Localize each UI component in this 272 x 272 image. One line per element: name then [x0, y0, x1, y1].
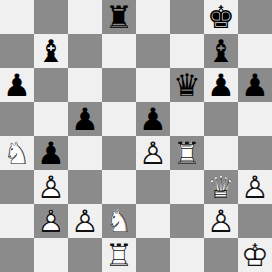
black-bishop[interactable]: ♝ [34, 34, 68, 68]
square-d7[interactable] [102, 34, 136, 68]
square-g4[interactable] [204, 136, 238, 170]
square-a1[interactable] [0, 238, 34, 272]
black-pawn[interactable]: ♟ [34, 136, 68, 170]
square-e4[interactable]: ♙ [136, 136, 170, 170]
white-pawn[interactable]: ♙ [34, 170, 68, 204]
black-pawn[interactable]: ♟ [136, 102, 170, 136]
square-h7[interactable] [238, 34, 272, 68]
square-d6[interactable] [102, 68, 136, 102]
square-g3[interactable]: ♕ [204, 170, 238, 204]
white-pawn[interactable]: ♙ [238, 170, 272, 204]
white-rook[interactable]: ♖ [170, 136, 204, 170]
square-g6[interactable]: ♟ [204, 68, 238, 102]
square-c6[interactable] [68, 68, 102, 102]
white-rook[interactable]: ♖ [102, 238, 136, 272]
white-pawn[interactable]: ♙ [204, 204, 238, 238]
square-c3[interactable] [68, 170, 102, 204]
square-c5[interactable]: ♟ [68, 102, 102, 136]
square-h3[interactable]: ♙ [238, 170, 272, 204]
square-b3[interactable]: ♙ [34, 170, 68, 204]
square-f1[interactable] [170, 238, 204, 272]
square-f6[interactable]: ♛ [170, 68, 204, 102]
square-b6[interactable] [34, 68, 68, 102]
white-knight[interactable]: ♘ [0, 136, 34, 170]
square-d5[interactable] [102, 102, 136, 136]
square-h2[interactable] [238, 204, 272, 238]
square-f7[interactable] [170, 34, 204, 68]
square-a6[interactable]: ♟ [0, 68, 34, 102]
square-a7[interactable] [0, 34, 34, 68]
square-g5[interactable] [204, 102, 238, 136]
black-bishop[interactable]: ♝ [204, 34, 238, 68]
square-e1[interactable] [136, 238, 170, 272]
square-b1[interactable] [34, 238, 68, 272]
square-b4[interactable]: ♟ [34, 136, 68, 170]
square-g8[interactable]: ♚ [204, 0, 238, 34]
square-h5[interactable] [238, 102, 272, 136]
square-f2[interactable] [170, 204, 204, 238]
black-pawn[interactable]: ♟ [0, 68, 34, 102]
black-rook[interactable]: ♜ [102, 0, 136, 34]
square-d2[interactable]: ♘ [102, 204, 136, 238]
square-b7[interactable]: ♝ [34, 34, 68, 68]
square-d1[interactable]: ♖ [102, 238, 136, 272]
black-queen[interactable]: ♛ [170, 68, 204, 102]
square-b5[interactable] [34, 102, 68, 136]
white-queen[interactable]: ♕ [204, 170, 238, 204]
square-f3[interactable] [170, 170, 204, 204]
square-g1[interactable] [204, 238, 238, 272]
square-a8[interactable] [0, 0, 34, 34]
square-f4[interactable]: ♖ [170, 136, 204, 170]
square-c2[interactable]: ♙ [68, 204, 102, 238]
white-pawn[interactable]: ♙ [68, 204, 102, 238]
square-b2[interactable]: ♙ [34, 204, 68, 238]
square-g7[interactable]: ♝ [204, 34, 238, 68]
white-pawn[interactable]: ♙ [136, 136, 170, 170]
black-pawn[interactable]: ♟ [238, 68, 272, 102]
square-b8[interactable] [34, 0, 68, 34]
black-pawn[interactable]: ♟ [204, 68, 238, 102]
square-h8[interactable] [238, 0, 272, 34]
black-pawn[interactable]: ♟ [68, 102, 102, 136]
square-h1[interactable]: ♔ [238, 238, 272, 272]
square-c1[interactable] [68, 238, 102, 272]
square-h6[interactable]: ♟ [238, 68, 272, 102]
square-c4[interactable] [68, 136, 102, 170]
square-a3[interactable] [0, 170, 34, 204]
white-knight[interactable]: ♘ [102, 204, 136, 238]
square-c8[interactable] [68, 0, 102, 34]
white-king[interactable]: ♔ [238, 238, 272, 272]
square-h4[interactable] [238, 136, 272, 170]
square-a4[interactable]: ♘ [0, 136, 34, 170]
square-d4[interactable] [102, 136, 136, 170]
square-a5[interactable] [0, 102, 34, 136]
square-d3[interactable] [102, 170, 136, 204]
chess-board: ♜♚♝♝♟♛♟♟♟♟♘♟♙♖♙♕♙♙♙♘♙♖♔ [0, 0, 272, 272]
square-d8[interactable]: ♜ [102, 0, 136, 34]
black-king[interactable]: ♚ [204, 0, 238, 34]
square-c7[interactable] [68, 34, 102, 68]
square-e2[interactable] [136, 204, 170, 238]
square-f8[interactable] [170, 0, 204, 34]
square-e7[interactable] [136, 34, 170, 68]
square-e6[interactable] [136, 68, 170, 102]
square-f5[interactable] [170, 102, 204, 136]
square-e3[interactable] [136, 170, 170, 204]
square-a2[interactable] [0, 204, 34, 238]
square-e5[interactable]: ♟ [136, 102, 170, 136]
square-e8[interactable] [136, 0, 170, 34]
white-pawn[interactable]: ♙ [34, 204, 68, 238]
square-g2[interactable]: ♙ [204, 204, 238, 238]
